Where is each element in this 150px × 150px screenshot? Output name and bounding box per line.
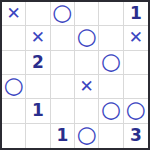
cell-r5c4[interactable]: [75, 99, 99, 123]
cell-r6c6: 3: [124, 124, 148, 148]
o-mark: ○: [77, 123, 97, 146]
cell-r1c6: 1: [124, 2, 148, 26]
cell-r3c3[interactable]: [51, 51, 75, 75]
cell-r5c5[interactable]: ○: [99, 99, 123, 123]
o-mark: ○: [4, 74, 24, 97]
cell-r6c2[interactable]: [26, 124, 50, 148]
cell-r4c3[interactable]: [51, 75, 75, 99]
o-mark: ○: [77, 25, 97, 48]
clue-number: 2: [32, 54, 44, 71]
cell-r1c1[interactable]: ✕: [2, 2, 26, 26]
cell-r5c1[interactable]: [2, 99, 26, 123]
cell-r6c5[interactable]: [99, 124, 123, 148]
cell-r6c3: 1: [51, 124, 75, 148]
cell-r6c4[interactable]: ○: [75, 124, 99, 148]
cell-r4c1[interactable]: ○: [2, 75, 26, 99]
clue-number: 1: [56, 127, 68, 144]
o-mark: ○: [52, 1, 72, 24]
clue-number: 3: [130, 127, 142, 144]
o-mark: ○: [101, 50, 121, 73]
clue-number: 1: [32, 102, 44, 119]
cell-r2c2[interactable]: ✕: [26, 26, 50, 50]
x-mark: ✕: [80, 78, 94, 95]
cell-r2c6[interactable]: ✕: [124, 26, 148, 50]
o-mark: ○: [101, 98, 121, 121]
cell-r3c4[interactable]: [75, 51, 99, 75]
cell-r6c1[interactable]: [2, 124, 26, 148]
cell-r1c2[interactable]: [26, 2, 50, 26]
cell-r2c4[interactable]: ○: [75, 26, 99, 50]
o-mark: ○: [126, 98, 146, 121]
cell-r5c3[interactable]: [51, 99, 75, 123]
cell-r1c5[interactable]: [99, 2, 123, 26]
puzzle-board: ✕○1✕○✕2○○✕1○○1○3: [0, 0, 150, 150]
cell-r3c2: 2: [26, 51, 50, 75]
cell-r3c6[interactable]: [124, 51, 148, 75]
x-mark: ✕: [31, 29, 45, 46]
cell-r3c5[interactable]: ○: [99, 51, 123, 75]
cell-r5c2: 1: [26, 99, 50, 123]
clue-number: 1: [130, 5, 142, 22]
cell-r1c3[interactable]: ○: [51, 2, 75, 26]
x-mark: ✕: [7, 5, 21, 22]
cell-r5c6[interactable]: ○: [124, 99, 148, 123]
cell-r2c1[interactable]: [2, 26, 26, 50]
cell-r2c5[interactable]: [99, 26, 123, 50]
x-mark: ✕: [129, 29, 143, 46]
cell-r4c2[interactable]: [26, 75, 50, 99]
cell-r4c4[interactable]: ✕: [75, 75, 99, 99]
cell-r2c3[interactable]: [51, 26, 75, 50]
